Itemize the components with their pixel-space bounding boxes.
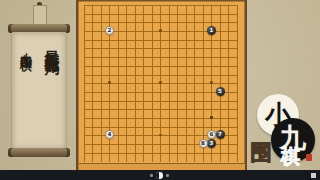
half-circle-indicator-icon[interactable] bbox=[156, 172, 163, 179]
stone-black-5-R9: 5 bbox=[216, 87, 225, 96]
video-frame: { "game": "go", "scroll": { "title_main"… bbox=[0, 0, 320, 180]
prev-dot-icon[interactable] bbox=[150, 174, 153, 177]
stone-black-1-Q16: 1 bbox=[207, 26, 216, 35]
channel-name-text: 小九围棋 bbox=[17, 43, 34, 51]
stone-black-7-R4: 7 bbox=[216, 130, 225, 139]
title-scroll: 最新流行布局 小九围棋 bbox=[8, 2, 70, 162]
star-point bbox=[159, 81, 162, 84]
stone-white-6-Q4: 6 bbox=[207, 130, 216, 139]
next-move-marker-dot bbox=[210, 116, 213, 119]
next-dot-icon[interactable] bbox=[166, 174, 169, 177]
player-bar bbox=[0, 170, 320, 180]
star-point bbox=[210, 81, 213, 84]
scroll-bottom-roller bbox=[8, 148, 70, 157]
fullscreen-icon[interactable] bbox=[311, 173, 316, 178]
logo-char-wei: 围 bbox=[250, 138, 272, 168]
logo-char-qi: 棋 bbox=[281, 144, 300, 170]
star-point bbox=[108, 81, 111, 84]
red-seal-icon bbox=[306, 154, 312, 161]
stone-black-3-Q3: 3 bbox=[207, 139, 216, 148]
title-text: 最新流行布局 bbox=[42, 38, 61, 50]
scroll-body: 最新流行布局 小九围棋 bbox=[12, 32, 66, 149]
stone-white-2-D16: 2 bbox=[105, 26, 114, 35]
stone-white-8-P3: 8 bbox=[199, 139, 208, 148]
star-point bbox=[159, 134, 162, 137]
stone-white-4-D4: 4 bbox=[105, 130, 114, 139]
channel-logo: 小 九 围 棋 bbox=[248, 94, 320, 170]
go-board: 12345678 bbox=[76, 0, 247, 170]
board-grid: 12345678 bbox=[80, 0, 242, 165]
star-point bbox=[159, 29, 162, 32]
